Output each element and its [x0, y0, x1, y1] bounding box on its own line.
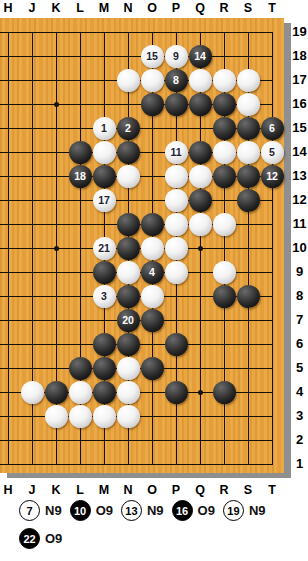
white-stone-R9	[213, 261, 236, 284]
grid-line-v	[8, 32, 9, 465]
column-label-P: P	[164, 1, 188, 15]
white-stone-M15: 1	[93, 117, 116, 140]
white-stone-N5	[117, 357, 140, 380]
black-stone-M5	[93, 357, 116, 380]
row-label-2: 2	[292, 432, 307, 447]
black-stone-M13	[93, 165, 116, 188]
row-label-18: 18	[292, 48, 307, 63]
column-label-L: L	[68, 1, 92, 15]
white-stone-T14: 5	[261, 141, 284, 164]
grid-line-h	[0, 464, 273, 465]
caption-move-circle-19: 19	[223, 500, 244, 521]
column-label-T: T	[260, 483, 284, 497]
white-stone-M14	[93, 141, 116, 164]
black-stone-R8	[213, 285, 236, 308]
white-stone-O17	[141, 69, 164, 92]
row-label-13: 13	[292, 168, 307, 183]
black-stone-Q14	[189, 141, 212, 164]
black-stone-S12	[237, 189, 260, 212]
row-label-3: 3	[292, 408, 307, 423]
column-label-J: J	[20, 483, 44, 497]
stone-move-number: 18	[74, 171, 86, 182]
row-label-5: 5	[292, 360, 307, 375]
stone-move-number: 3	[101, 291, 107, 302]
grid-line-h	[0, 440, 273, 441]
column-label-O: O	[140, 1, 164, 15]
black-stone-O11	[141, 213, 164, 236]
caption-move-circle-10: 10	[70, 500, 91, 521]
white-stone-R17	[213, 69, 236, 92]
column-label-N: N	[116, 1, 140, 15]
black-stone-O5	[141, 357, 164, 380]
row-label-8: 8	[292, 288, 307, 303]
white-stone-P18: 9	[165, 45, 188, 68]
white-stone-S17	[237, 69, 260, 92]
white-stone-M8: 3	[93, 285, 116, 308]
black-stone-N14	[117, 141, 140, 164]
black-stone-P6	[165, 333, 188, 356]
column-label-H: H	[0, 1, 20, 15]
stone-move-number: 1	[101, 123, 107, 134]
stone-move-number: 6	[269, 123, 275, 134]
row-label-17: 17	[292, 72, 307, 87]
black-stone-T13: 12	[261, 165, 284, 188]
column-label-S: S	[236, 1, 260, 15]
caption-line-1: 7N910O913N916O919N9	[19, 500, 269, 521]
grid-line-v	[272, 32, 273, 465]
black-stone-S13	[237, 165, 260, 188]
white-stone-N3	[117, 405, 140, 428]
black-stone-R13	[213, 165, 236, 188]
star-point-Q10	[198, 246, 203, 251]
white-stone-L3	[69, 405, 92, 428]
row-label-19: 19	[292, 24, 307, 39]
column-label-T: T	[260, 1, 284, 15]
column-label-Q: Q	[188, 1, 212, 15]
stone-move-number: 5	[269, 147, 275, 158]
caption-move-circle-16: 16	[172, 500, 193, 521]
column-label-H: H	[0, 483, 20, 497]
black-stone-N8	[117, 285, 140, 308]
star-point-K16	[54, 102, 59, 107]
black-stone-N15: 2	[117, 117, 140, 140]
black-stone-Q12	[189, 189, 212, 212]
black-stone-R15	[213, 117, 236, 140]
column-label-M: M	[92, 483, 116, 497]
column-label-R: R	[212, 1, 236, 15]
black-stone-S8	[237, 285, 260, 308]
row-label-15: 15	[292, 120, 307, 135]
grid-line-h	[0, 200, 273, 201]
black-stone-N10	[117, 237, 140, 260]
stone-move-number: 2	[125, 123, 131, 134]
white-stone-M10: 21	[93, 237, 116, 260]
white-stone-P10	[165, 237, 188, 260]
column-label-P: P	[164, 483, 188, 497]
white-stone-O8	[141, 285, 164, 308]
white-stone-Q13	[189, 165, 212, 188]
white-stone-P9	[165, 261, 188, 284]
black-stone-Q18: 14	[189, 45, 212, 68]
white-stone-S16	[237, 93, 260, 116]
black-stone-S15	[237, 117, 260, 140]
black-stone-P17: 8	[165, 69, 188, 92]
stone-move-number: 9	[173, 51, 179, 62]
column-label-J: J	[20, 1, 44, 15]
black-stone-P16	[165, 93, 188, 116]
stone-move-number: 8	[173, 75, 179, 86]
caption-coord: N9	[249, 503, 266, 518]
white-stone-R14	[213, 141, 236, 164]
column-label-M: M	[92, 1, 116, 15]
column-label-K: K	[44, 483, 68, 497]
black-stone-K4	[45, 381, 68, 404]
stone-move-number: 11	[170, 147, 181, 158]
white-stone-R11	[213, 213, 236, 236]
go-board: 159148126115181217214320	[0, 18, 284, 473]
white-stone-O10	[141, 237, 164, 260]
caption-coord: N9	[45, 503, 62, 518]
caption-move-circle-22: 22	[19, 528, 40, 549]
white-stone-Q11	[189, 213, 212, 236]
star-point-K10	[54, 246, 59, 251]
white-stone-S14	[237, 141, 260, 164]
row-label-1: 1	[292, 456, 307, 471]
black-stone-L13: 18	[69, 165, 92, 188]
column-label-R: R	[212, 483, 236, 497]
stone-move-number: 15	[146, 51, 158, 62]
grid-line-h	[0, 32, 273, 33]
white-stone-N9	[117, 261, 140, 284]
stone-move-number: 12	[266, 171, 278, 182]
white-stone-O18: 15	[141, 45, 164, 68]
black-stone-L5	[69, 357, 92, 380]
stone-move-number: 21	[98, 243, 110, 254]
row-label-10: 10	[292, 240, 307, 255]
white-stone-N17	[117, 69, 140, 92]
black-stone-P4	[165, 381, 188, 404]
black-stone-M4	[93, 381, 116, 404]
black-stone-T15: 6	[261, 117, 284, 140]
white-stone-L4	[69, 381, 92, 404]
white-stone-N4	[117, 381, 140, 404]
row-label-11: 11	[292, 216, 307, 231]
black-stone-O16	[141, 93, 164, 116]
caption-coord: O9	[45, 531, 62, 546]
column-label-O: O	[140, 483, 164, 497]
caption-line-2: 22O9	[19, 528, 65, 549]
row-label-14: 14	[292, 144, 307, 159]
stone-move-number: 4	[149, 267, 155, 278]
row-label-16: 16	[292, 96, 307, 111]
stone-move-number: 20	[122, 315, 134, 326]
caption-coord: O9	[96, 503, 113, 518]
row-label-12: 12	[292, 192, 307, 207]
black-stone-R4	[213, 381, 236, 404]
white-stone-Q17	[189, 69, 212, 92]
white-stone-M3	[93, 405, 116, 428]
black-stone-M6	[93, 333, 116, 356]
black-stone-N11	[117, 213, 140, 236]
white-stone-P11	[165, 213, 188, 236]
row-label-6: 6	[292, 336, 307, 351]
black-stone-O7	[141, 309, 164, 332]
black-stone-R16	[213, 93, 236, 116]
row-label-9: 9	[292, 264, 307, 279]
go-diagram: 159148126115181217214320 7N910O913N916O9…	[0, 0, 308, 561]
column-label-S: S	[236, 483, 260, 497]
black-stone-N7: 20	[117, 309, 140, 332]
row-label-7: 7	[292, 312, 307, 327]
white-stone-K3	[45, 405, 68, 428]
white-stone-M12: 17	[93, 189, 116, 212]
black-stone-M9	[93, 261, 116, 284]
column-label-K: K	[44, 1, 68, 15]
white-stone-N13	[117, 165, 140, 188]
caption-move-circle-13: 13	[121, 500, 142, 521]
star-point-Q4	[198, 390, 203, 395]
black-stone-O9: 4	[141, 261, 164, 284]
black-stone-N6	[117, 333, 140, 356]
black-stone-Q16	[189, 93, 212, 116]
black-stone-L14	[69, 141, 92, 164]
caption-coord: N9	[147, 503, 164, 518]
white-stone-J4	[21, 381, 44, 404]
caption-move-circle-7: 7	[19, 500, 40, 521]
white-stone-P12	[165, 189, 188, 212]
caption-coord: O9	[198, 503, 215, 518]
column-label-N: N	[116, 483, 140, 497]
row-label-4: 4	[292, 384, 307, 399]
stone-move-number: 17	[98, 195, 110, 206]
stone-move-number: 14	[194, 51, 206, 62]
grid-line-h	[0, 56, 273, 57]
white-stone-P14: 11	[165, 141, 188, 164]
white-stone-P13	[165, 165, 188, 188]
column-label-Q: Q	[188, 483, 212, 497]
column-label-L: L	[68, 483, 92, 497]
